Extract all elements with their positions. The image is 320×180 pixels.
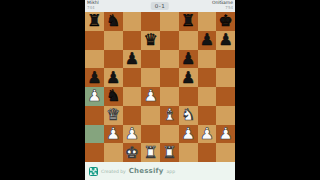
square-g2[interactable]: ♟ xyxy=(198,125,217,144)
square-f1[interactable] xyxy=(179,143,198,162)
watermark-created-by: Created by xyxy=(101,169,126,174)
square-e4[interactable] xyxy=(160,87,179,106)
white-knight: ♞ xyxy=(181,106,195,124)
right-player-rating: 754 xyxy=(225,6,233,10)
square-a4[interactable]: ♟ xyxy=(85,87,104,106)
white-rook: ♜ xyxy=(162,143,176,161)
players-bar: Mikhl 744 0-1 OnlGame 754 xyxy=(85,0,235,12)
square-b7[interactable] xyxy=(104,31,123,50)
square-b8[interactable]: ♞ xyxy=(104,12,123,31)
square-g7[interactable]: ♟ xyxy=(198,31,217,50)
square-g4[interactable] xyxy=(198,87,217,106)
game-column: Mikhl 744 0-1 OnlGame 754 ♜♞♜♚♛♟♟♟♟♟♟♟♟♞… xyxy=(85,0,235,180)
square-e6[interactable] xyxy=(160,50,179,69)
square-c4[interactable] xyxy=(123,87,142,106)
square-g1[interactable] xyxy=(198,143,217,162)
square-f6[interactable]: ♟ xyxy=(179,50,198,69)
square-g5[interactable] xyxy=(198,68,217,87)
square-g3[interactable] xyxy=(198,106,217,125)
square-h2[interactable]: ♟ xyxy=(216,125,235,144)
square-b5[interactable]: ♟ xyxy=(104,68,123,87)
white-queen: ♛ xyxy=(106,106,120,124)
black-pawn: ♟ xyxy=(181,50,195,68)
white-pawn: ♟ xyxy=(87,87,101,105)
square-b2[interactable]: ♟ xyxy=(104,125,123,144)
left-player-rating: 744 xyxy=(87,6,99,10)
square-a3[interactable] xyxy=(85,106,104,125)
chess-board: ♜♞♜♚♛♟♟♟♟♟♟♟♟♞♟♛♝♞♟♟♟♟♟♚♜♜ xyxy=(85,12,235,162)
square-a1[interactable] xyxy=(85,143,104,162)
right-black-pillar xyxy=(235,0,320,180)
white-king: ♚ xyxy=(125,143,139,161)
square-h5[interactable] xyxy=(216,68,235,87)
white-pawn: ♟ xyxy=(218,125,232,143)
square-h4[interactable] xyxy=(216,87,235,106)
left-black-pillar xyxy=(0,0,85,180)
square-c2[interactable]: ♟ xyxy=(123,125,142,144)
right-player: OnlGame 754 xyxy=(212,1,233,10)
square-g8[interactable] xyxy=(198,12,217,31)
square-b6[interactable] xyxy=(104,50,123,69)
square-d6[interactable] xyxy=(141,50,160,69)
square-d5[interactable] xyxy=(141,68,160,87)
left-player: Mikhl 744 xyxy=(87,1,99,10)
square-e2[interactable] xyxy=(160,125,179,144)
white-pawn: ♟ xyxy=(143,87,157,105)
square-e7[interactable] xyxy=(160,31,179,50)
square-d4[interactable]: ♟ xyxy=(141,87,160,106)
square-e5[interactable] xyxy=(160,68,179,87)
square-c7[interactable] xyxy=(123,31,142,50)
square-c1[interactable]: ♚ xyxy=(123,143,142,162)
square-b4[interactable]: ♞ xyxy=(104,87,123,106)
square-d1[interactable]: ♜ xyxy=(141,143,160,162)
match-score-badge: 0-1 xyxy=(151,2,169,10)
square-b3[interactable]: ♛ xyxy=(104,106,123,125)
square-d7[interactable]: ♛ xyxy=(141,31,160,50)
watermark-bar: Created by Chessify app xyxy=(85,162,235,180)
black-king: ♚ xyxy=(218,12,232,30)
black-pawn: ♟ xyxy=(218,31,232,49)
square-h3[interactable] xyxy=(216,106,235,125)
watermark-suffix: app xyxy=(167,169,175,174)
square-a2[interactable] xyxy=(85,125,104,144)
square-e3[interactable]: ♝ xyxy=(160,106,179,125)
square-d2[interactable] xyxy=(141,125,160,144)
square-d8[interactable] xyxy=(141,12,160,31)
watermark-brand: Chessify xyxy=(129,167,164,175)
black-pawn: ♟ xyxy=(106,68,120,86)
square-f2[interactable]: ♟ xyxy=(179,125,198,144)
square-c8[interactable] xyxy=(123,12,142,31)
black-pawn: ♟ xyxy=(181,68,195,86)
square-c3[interactable] xyxy=(123,106,142,125)
square-h6[interactable] xyxy=(216,50,235,69)
square-a5[interactable]: ♟ xyxy=(85,68,104,87)
white-pawn: ♟ xyxy=(181,125,195,143)
black-rook: ♜ xyxy=(87,12,101,30)
square-h7[interactable]: ♟ xyxy=(216,31,235,50)
black-pawn: ♟ xyxy=(125,50,139,68)
white-pawn: ♟ xyxy=(125,125,139,143)
white-pawn: ♟ xyxy=(106,125,120,143)
square-h1[interactable] xyxy=(216,143,235,162)
square-d3[interactable] xyxy=(141,106,160,125)
square-f4[interactable] xyxy=(179,87,198,106)
square-f3[interactable]: ♞ xyxy=(179,106,198,125)
square-e1[interactable]: ♜ xyxy=(160,143,179,162)
square-h8[interactable]: ♚ xyxy=(216,12,235,31)
square-a7[interactable] xyxy=(85,31,104,50)
square-e8[interactable] xyxy=(160,12,179,31)
square-f5[interactable]: ♟ xyxy=(179,68,198,87)
black-pawn: ♟ xyxy=(200,31,214,49)
black-pawn: ♟ xyxy=(87,68,101,86)
square-b1[interactable] xyxy=(104,143,123,162)
square-f7[interactable] xyxy=(179,31,198,50)
black-rook: ♜ xyxy=(181,12,195,30)
white-rook: ♜ xyxy=(143,143,157,161)
square-a6[interactable] xyxy=(85,50,104,69)
black-knight: ♞ xyxy=(106,87,120,105)
white-pawn: ♟ xyxy=(200,125,214,143)
black-queen: ♛ xyxy=(143,31,157,49)
square-c6[interactable]: ♟ xyxy=(123,50,142,69)
square-g6[interactable] xyxy=(198,50,217,69)
square-c5[interactable] xyxy=(123,68,142,87)
square-f8[interactable]: ♜ xyxy=(179,12,198,31)
white-bishop: ♝ xyxy=(162,106,176,124)
square-a8[interactable]: ♜ xyxy=(85,12,104,31)
chessify-logo-icon xyxy=(89,167,98,176)
black-knight: ♞ xyxy=(106,12,120,30)
app-window: Mikhl 744 0-1 OnlGame 754 ♜♞♜♚♛♟♟♟♟♟♟♟♟♞… xyxy=(0,0,320,180)
